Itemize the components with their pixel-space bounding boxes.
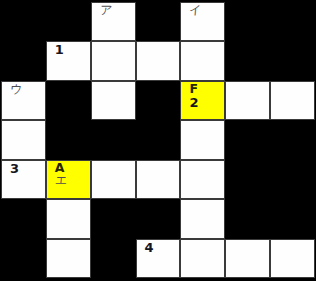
clue-number: 1 (55, 43, 64, 56)
cell-r2c3[interactable] (91, 41, 136, 80)
cell-r1c6 (225, 2, 270, 41)
cell-labels: 1 (55, 43, 64, 56)
cell-r6c5[interactable] (180, 199, 225, 238)
pencil-mark: ウ (9, 83, 22, 95)
clue-number: 4 (145, 241, 154, 254)
cell-r3c7[interactable] (270, 81, 315, 120)
cell-r3c4 (136, 81, 181, 120)
clue-number: 3 (10, 162, 19, 175)
cell-r4c1[interactable] (1, 120, 46, 159)
cell-r7c6[interactable] (225, 239, 270, 278)
cell-r7c7[interactable] (270, 239, 315, 278)
cell-labels: イ (189, 4, 201, 16)
cell-labels: ア (100, 4, 112, 16)
cell-r3c5[interactable]: F2 (180, 81, 225, 120)
cell-r3c6[interactable] (225, 81, 270, 120)
cell-r3c3[interactable] (91, 81, 136, 120)
cell-r5c5[interactable] (180, 160, 225, 199)
cell-r6c2[interactable] (46, 199, 91, 238)
cell-r5c7 (270, 160, 315, 199)
pencil-mark: イ (189, 4, 202, 16)
cell-r6c7 (270, 199, 315, 238)
cell-r4c6 (225, 120, 270, 159)
cell-r5c6 (225, 160, 270, 199)
cell-r2c7 (270, 41, 315, 80)
cell-r1c5[interactable]: イ (180, 2, 225, 41)
cell-labels: Aエ (55, 162, 67, 187)
cell-r5c2[interactable]: Aエ (46, 160, 91, 199)
cell-labels: F2 (189, 83, 198, 109)
cell-r3c1[interactable]: ウ (1, 81, 46, 120)
cell-r2c4[interactable] (136, 41, 181, 80)
cell-labels: 3 (10, 162, 19, 175)
cell-r1c1 (1, 2, 46, 41)
cell-r2c5[interactable] (180, 41, 225, 80)
cell-r1c2 (46, 2, 91, 41)
cell-r5c1[interactable]: 3 (1, 160, 46, 199)
cell-r7c3 (91, 239, 136, 278)
cell-r1c7 (270, 2, 315, 41)
cell-r7c5[interactable] (180, 239, 225, 278)
cell-r7c2[interactable] (46, 239, 91, 278)
cell-r1c4 (136, 2, 181, 41)
cell-labels: ウ (10, 83, 22, 95)
cell-r5c3[interactable] (91, 160, 136, 199)
crossword-board: アイ1ウF23Aエ4 (1, 2, 315, 278)
cell-r2c2[interactable]: 1 (46, 41, 91, 80)
cell-r4c5[interactable] (180, 120, 225, 159)
cell-r6c4 (136, 199, 181, 238)
cell-r4c3 (91, 120, 136, 159)
cell-r3c2 (46, 81, 91, 120)
cell-labels: 4 (145, 241, 154, 254)
cell-r2c6 (225, 41, 270, 80)
cell-r4c2 (46, 120, 91, 159)
answer-letter: F (189, 83, 198, 96)
cell-r7c1 (1, 239, 46, 278)
cell-r4c7 (270, 120, 315, 159)
crossword-screen: アイ1ウF23Aエ4 (0, 0, 316, 281)
cell-r4c4 (136, 120, 181, 159)
cell-r2c1 (1, 41, 46, 80)
cell-r6c3 (91, 199, 136, 238)
cell-r6c6 (225, 199, 270, 238)
cell-r5c4[interactable] (136, 160, 181, 199)
cell-r1c3[interactable]: ア (91, 2, 136, 41)
clue-number: 2 (189, 96, 198, 109)
pencil-mark: エ (54, 174, 67, 186)
pencil-mark: ア (99, 4, 112, 16)
cell-r6c1 (1, 199, 46, 238)
cell-r7c4[interactable]: 4 (136, 239, 181, 278)
